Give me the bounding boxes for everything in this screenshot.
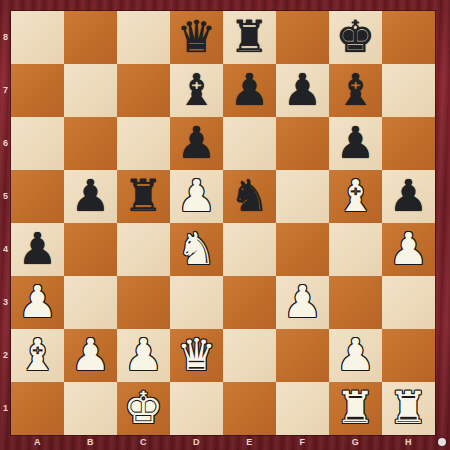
file-label-a: A <box>11 435 64 450</box>
square-d3[interactable] <box>170 276 223 329</box>
square-f6[interactable] <box>276 117 329 170</box>
file-label-f: F <box>276 435 329 450</box>
square-c8[interactable] <box>117 11 170 64</box>
square-d1[interactable] <box>170 382 223 435</box>
rank-label-4: 4 <box>0 223 11 276</box>
square-e7[interactable]: ♟ <box>223 64 276 117</box>
square-c2[interactable]: ♟ <box>117 329 170 382</box>
square-b8[interactable] <box>64 11 117 64</box>
square-f2[interactable] <box>276 329 329 382</box>
square-e8[interactable]: ♜ <box>223 11 276 64</box>
square-h1[interactable]: ♜ <box>382 382 435 435</box>
square-h8[interactable] <box>382 11 435 64</box>
square-a1[interactable] <box>11 382 64 435</box>
white-pawn[interactable]: ♟ <box>329 329 382 382</box>
black-bishop[interactable]: ♝ <box>329 64 382 117</box>
square-a4[interactable]: ♟ <box>11 223 64 276</box>
white-bishop[interactable]: ♝ <box>11 329 64 382</box>
square-d4[interactable]: ♞ <box>170 223 223 276</box>
square-h4[interactable]: ♟ <box>382 223 435 276</box>
square-g2[interactable]: ♟ <box>329 329 382 382</box>
white-knight[interactable]: ♞ <box>170 223 223 276</box>
file-label-e: E <box>223 435 276 450</box>
square-a6[interactable] <box>11 117 64 170</box>
square-c6[interactable] <box>117 117 170 170</box>
square-c3[interactable] <box>117 276 170 329</box>
black-knight[interactable]: ♞ <box>223 170 276 223</box>
square-a8[interactable] <box>11 11 64 64</box>
square-g6[interactable]: ♟ <box>329 117 382 170</box>
square-b1[interactable] <box>64 382 117 435</box>
square-d7[interactable]: ♝ <box>170 64 223 117</box>
square-g7[interactable]: ♝ <box>329 64 382 117</box>
square-b6[interactable] <box>64 117 117 170</box>
square-g5[interactable]: ♝ <box>329 170 382 223</box>
square-b5[interactable]: ♟ <box>64 170 117 223</box>
square-h3[interactable] <box>382 276 435 329</box>
rank-label-7: 7 <box>0 64 11 117</box>
square-h7[interactable] <box>382 64 435 117</box>
rank-label-1: 1 <box>0 382 11 435</box>
black-pawn[interactable]: ♟ <box>276 64 329 117</box>
white-pawn[interactable]: ♟ <box>117 329 170 382</box>
square-e6[interactable] <box>223 117 276 170</box>
file-label-b: B <box>64 435 117 450</box>
square-b4[interactable] <box>64 223 117 276</box>
white-pawn[interactable]: ♟ <box>64 329 117 382</box>
black-queen[interactable]: ♛ <box>170 11 223 64</box>
square-f3[interactable]: ♟ <box>276 276 329 329</box>
square-c7[interactable] <box>117 64 170 117</box>
chess-board-frame: ♛♜♚♝♟♟♝♟♟♟♜♟♞♝♟♟♞♟♟♟♝♟♟♛♟♚♜♜ 87654321 AB… <box>0 0 450 450</box>
black-rook[interactable]: ♜ <box>117 170 170 223</box>
square-g3[interactable] <box>329 276 382 329</box>
square-d6[interactable]: ♟ <box>170 117 223 170</box>
black-pawn[interactable]: ♟ <box>11 223 64 276</box>
white-rook[interactable]: ♜ <box>329 382 382 435</box>
square-c1[interactable]: ♚ <box>117 382 170 435</box>
white-rook[interactable]: ♜ <box>382 382 435 435</box>
file-label-c: C <box>117 435 170 450</box>
rank-label-5: 5 <box>0 170 11 223</box>
square-b2[interactable]: ♟ <box>64 329 117 382</box>
square-b7[interactable] <box>64 64 117 117</box>
square-f8[interactable] <box>276 11 329 64</box>
white-pawn[interactable]: ♟ <box>11 276 64 329</box>
square-e4[interactable] <box>223 223 276 276</box>
square-g1[interactable]: ♜ <box>329 382 382 435</box>
black-pawn[interactable]: ♟ <box>64 170 117 223</box>
square-h5[interactable]: ♟ <box>382 170 435 223</box>
square-c5[interactable]: ♜ <box>117 170 170 223</box>
black-pawn[interactable]: ♟ <box>382 170 435 223</box>
white-pawn[interactable]: ♟ <box>276 276 329 329</box>
square-f1[interactable] <box>276 382 329 435</box>
square-f5[interactable] <box>276 170 329 223</box>
square-e5[interactable]: ♞ <box>223 170 276 223</box>
square-g4[interactable] <box>329 223 382 276</box>
white-bishop[interactable]: ♝ <box>329 170 382 223</box>
white-king[interactable]: ♚ <box>117 382 170 435</box>
square-a3[interactable]: ♟ <box>11 276 64 329</box>
file-label-d: D <box>170 435 223 450</box>
square-e3[interactable] <box>223 276 276 329</box>
square-a5[interactable] <box>11 170 64 223</box>
black-bishop[interactable]: ♝ <box>170 64 223 117</box>
black-rook[interactable]: ♜ <box>223 11 276 64</box>
square-d2[interactable]: ♛ <box>170 329 223 382</box>
rank-label-8: 8 <box>0 11 11 64</box>
square-f4[interactable] <box>276 223 329 276</box>
square-g8[interactable]: ♚ <box>329 11 382 64</box>
white-queen[interactable]: ♛ <box>170 329 223 382</box>
file-label-g: G <box>329 435 382 450</box>
white-pawn[interactable]: ♟ <box>170 170 223 223</box>
square-a2[interactable]: ♝ <box>11 329 64 382</box>
black-king[interactable]: ♚ <box>329 11 382 64</box>
square-f7[interactable]: ♟ <box>276 64 329 117</box>
square-c4[interactable] <box>117 223 170 276</box>
square-d8[interactable]: ♛ <box>170 11 223 64</box>
square-b3[interactable] <box>64 276 117 329</box>
file-label-h: H <box>382 435 435 450</box>
black-pawn[interactable]: ♟ <box>329 117 382 170</box>
white-pawn[interactable]: ♟ <box>382 223 435 276</box>
rank-label-6: 6 <box>0 117 11 170</box>
black-pawn[interactable]: ♟ <box>223 64 276 117</box>
side-to-move-indicator <box>438 438 446 446</box>
rank-label-3: 3 <box>0 276 11 329</box>
square-h2[interactable] <box>382 329 435 382</box>
square-e1[interactable] <box>223 382 276 435</box>
square-h6[interactable] <box>382 117 435 170</box>
chess-board: ♛♜♚♝♟♟♝♟♟♟♜♟♞♝♟♟♞♟♟♟♝♟♟♛♟♚♜♜ <box>11 11 435 435</box>
square-a7[interactable] <box>11 64 64 117</box>
square-e2[interactable] <box>223 329 276 382</box>
rank-label-2: 2 <box>0 329 11 382</box>
square-d5[interactable]: ♟ <box>170 170 223 223</box>
black-pawn[interactable]: ♟ <box>170 117 223 170</box>
